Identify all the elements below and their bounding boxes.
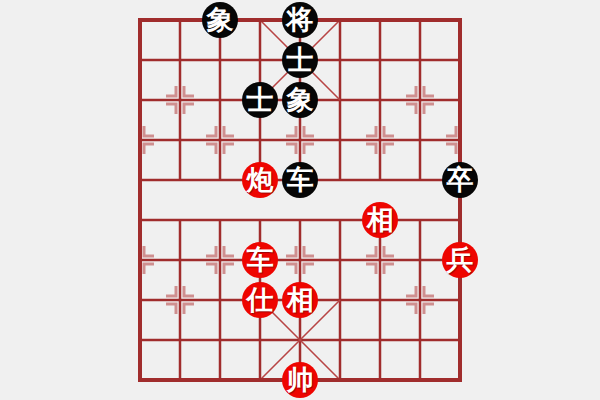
pieces-layer: 象将士士象炮车卒相车兵仕相帅 <box>120 0 480 400</box>
black-elephant[interactable]: 象 <box>202 2 238 38</box>
red-pawn[interactable]: 兵 <box>442 242 478 278</box>
black-advisor[interactable]: 士 <box>242 82 278 118</box>
red-advisor[interactable]: 仕 <box>242 282 278 318</box>
black-chariot[interactable]: 车 <box>282 162 318 198</box>
black-elephant[interactable]: 象 <box>282 82 318 118</box>
xiangqi-board: 象将士士象炮车卒相车兵仕相帅 <box>0 0 600 400</box>
black-general[interactable]: 将 <box>282 2 318 38</box>
black-advisor[interactable]: 士 <box>282 42 318 78</box>
red-elephant[interactable]: 相 <box>362 202 398 238</box>
red-chariot[interactable]: 车 <box>242 242 278 278</box>
red-cannon[interactable]: 炮 <box>242 162 278 198</box>
black-pawn[interactable]: 卒 <box>442 162 478 198</box>
red-elephant[interactable]: 相 <box>282 282 318 318</box>
red-general[interactable]: 帅 <box>282 362 318 398</box>
